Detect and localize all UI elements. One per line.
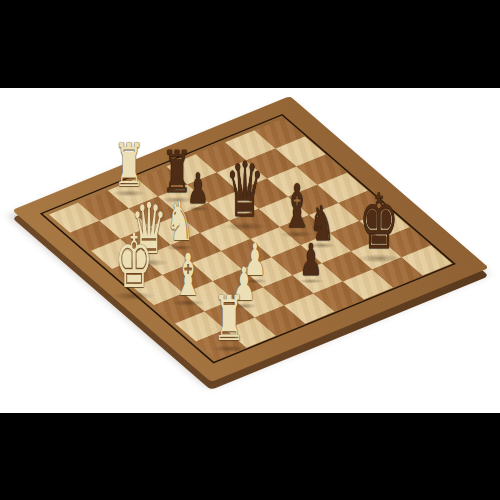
piece-black-bishop-f4: ♝	[281, 176, 312, 236]
piece-white-bishop-b3: ♝	[173, 246, 203, 304]
product-photo-canvas: { "scene": { "description": "Overhead an…	[0, 0, 500, 500]
piece-white-king-a4: ♚	[115, 224, 153, 298]
piece-black-king-g2: ♚	[359, 184, 399, 260]
pieces-layer: ♜♜♟♛♝♞♞♚♛♟♟♚♝♟♜	[0, 0, 500, 413]
piece-black-pawn-e2: ♟	[300, 238, 323, 282]
letterbox-bottom	[0, 413, 500, 500]
piece-black-queen-e5: ♛	[225, 152, 265, 228]
piece-white-rook-c8: ♜	[113, 135, 144, 195]
piece-white-rook-b1: ♜	[213, 288, 245, 350]
